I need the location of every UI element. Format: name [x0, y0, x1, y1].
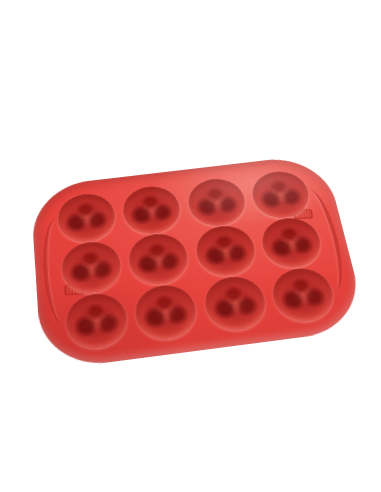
- cavity-grid: [51, 167, 343, 353]
- product-photo: [0, 0, 381, 492]
- mold-cavity: [248, 169, 313, 221]
- mold-cavity: [121, 183, 184, 236]
- baking-mold: [30, 154, 368, 371]
- mold-cavity: [193, 223, 259, 279]
- mold-cavity: [127, 231, 192, 288]
- mold-cavity: [56, 191, 117, 245]
- mold-cavity: [269, 265, 339, 324]
- mold-cavity: [201, 274, 269, 334]
- mold-cavity: [60, 239, 123, 296]
- mold-cavity: [64, 291, 129, 352]
- mold-cavity: [185, 176, 249, 229]
- mold-cavity: [258, 215, 325, 271]
- mold-cavity: [133, 282, 200, 342]
